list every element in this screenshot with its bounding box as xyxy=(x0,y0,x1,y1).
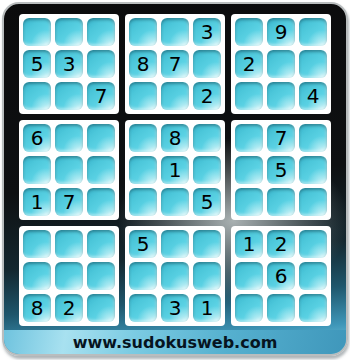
cell-r9c2: 2 xyxy=(55,294,83,322)
cell-r1c4[interactable] xyxy=(129,18,157,46)
cell-r5c4[interactable] xyxy=(129,156,157,184)
cell-r8c7[interactable] xyxy=(235,262,263,290)
cell-r6c1: 1 xyxy=(23,188,51,216)
cell-r2c5: 7 xyxy=(161,50,189,78)
cell-r8c9[interactable] xyxy=(299,262,327,290)
cell-r3c1[interactable] xyxy=(23,82,51,110)
cell-r5c5: 1 xyxy=(161,156,189,184)
cell-r5c6[interactable] xyxy=(193,156,221,184)
cell-r7c1[interactable] xyxy=(23,230,51,258)
block-3-1: 82 xyxy=(19,226,119,326)
cell-r3c5[interactable] xyxy=(161,82,189,110)
cell-r2c2: 3 xyxy=(55,50,83,78)
block-2-2: 815 xyxy=(125,120,225,220)
cell-r7c3[interactable] xyxy=(87,230,115,258)
cell-r2c4: 8 xyxy=(129,50,157,78)
block-3-3: 126 xyxy=(231,226,331,326)
cell-r1c6: 3 xyxy=(193,18,221,46)
cell-r1c9[interactable] xyxy=(299,18,327,46)
cell-r7c8: 2 xyxy=(267,230,295,258)
sudoku-grid: 53738729246178157582531126 xyxy=(19,14,331,326)
cell-r1c2[interactable] xyxy=(55,18,83,46)
cell-r9c4[interactable] xyxy=(129,294,157,322)
cell-r3c3: 7 xyxy=(87,82,115,110)
cell-r8c4[interactable] xyxy=(129,262,157,290)
cell-r1c7[interactable] xyxy=(235,18,263,46)
cell-r8c2[interactable] xyxy=(55,262,83,290)
cell-r4c3[interactable] xyxy=(87,124,115,152)
cell-r6c7[interactable] xyxy=(235,188,263,216)
website-url-text: www.sudokusweb.com xyxy=(73,333,278,352)
cell-r6c9[interactable] xyxy=(299,188,327,216)
cell-r4c2[interactable] xyxy=(55,124,83,152)
cell-r9c5: 3 xyxy=(161,294,189,322)
cell-r3c4[interactable] xyxy=(129,82,157,110)
cell-r2c7: 2 xyxy=(235,50,263,78)
cell-r8c5[interactable] xyxy=(161,262,189,290)
cell-r6c4[interactable] xyxy=(129,188,157,216)
cell-r2c9[interactable] xyxy=(299,50,327,78)
cell-r1c8: 9 xyxy=(267,18,295,46)
cell-r8c1[interactable] xyxy=(23,262,51,290)
cell-r5c9[interactable] xyxy=(299,156,327,184)
cell-r1c3[interactable] xyxy=(87,18,115,46)
cell-r7c2[interactable] xyxy=(55,230,83,258)
cell-r9c6: 1 xyxy=(193,294,221,322)
cell-r1c5[interactable] xyxy=(161,18,189,46)
cell-r9c7[interactable] xyxy=(235,294,263,322)
cell-r2c6[interactable] xyxy=(193,50,221,78)
block-2-3: 75 xyxy=(231,120,331,220)
footer-bar: www.sudokusweb.com xyxy=(4,330,346,354)
cell-r4c6[interactable] xyxy=(193,124,221,152)
block-1-1: 537 xyxy=(19,14,119,114)
cell-r7c4: 5 xyxy=(129,230,157,258)
cell-r9c1: 8 xyxy=(23,294,51,322)
cell-r9c8[interactable] xyxy=(267,294,295,322)
cell-r7c6[interactable] xyxy=(193,230,221,258)
cell-r3c2[interactable] xyxy=(55,82,83,110)
block-1-3: 924 xyxy=(231,14,331,114)
cell-r3c6: 2 xyxy=(193,82,221,110)
cell-r2c1: 5 xyxy=(23,50,51,78)
cell-r5c7[interactable] xyxy=(235,156,263,184)
cell-r6c3[interactable] xyxy=(87,188,115,216)
cell-r9c9[interactable] xyxy=(299,294,327,322)
cell-r5c3[interactable] xyxy=(87,156,115,184)
cell-r6c8[interactable] xyxy=(267,188,295,216)
cell-r2c8[interactable] xyxy=(267,50,295,78)
cell-r3c7[interactable] xyxy=(235,82,263,110)
cell-r4c4[interactable] xyxy=(129,124,157,152)
cell-r1c1[interactable] xyxy=(23,18,51,46)
sudoku-board: 53738729246178157582531126 www.sudokuswe… xyxy=(2,2,348,356)
cell-r4c8: 7 xyxy=(267,124,295,152)
cell-r6c6: 5 xyxy=(193,188,221,216)
cell-r5c8: 5 xyxy=(267,156,295,184)
cell-r6c5[interactable] xyxy=(161,188,189,216)
cell-r6c2: 7 xyxy=(55,188,83,216)
block-2-1: 617 xyxy=(19,120,119,220)
cell-r3c9: 4 xyxy=(299,82,327,110)
block-3-2: 531 xyxy=(125,226,225,326)
cell-r7c5[interactable] xyxy=(161,230,189,258)
cell-r7c9[interactable] xyxy=(299,230,327,258)
cell-r8c6[interactable] xyxy=(193,262,221,290)
cell-r8c3[interactable] xyxy=(87,262,115,290)
cell-r5c2[interactable] xyxy=(55,156,83,184)
cell-r2c3[interactable] xyxy=(87,50,115,78)
cell-r3c8[interactable] xyxy=(267,82,295,110)
cell-r4c1: 6 xyxy=(23,124,51,152)
cell-r5c1[interactable] xyxy=(23,156,51,184)
cell-r8c8: 6 xyxy=(267,262,295,290)
cell-r7c7: 1 xyxy=(235,230,263,258)
cell-r9c3[interactable] xyxy=(87,294,115,322)
cell-r4c5: 8 xyxy=(161,124,189,152)
block-1-2: 3872 xyxy=(125,14,225,114)
cell-r4c7[interactable] xyxy=(235,124,263,152)
cell-r4c9[interactable] xyxy=(299,124,327,152)
